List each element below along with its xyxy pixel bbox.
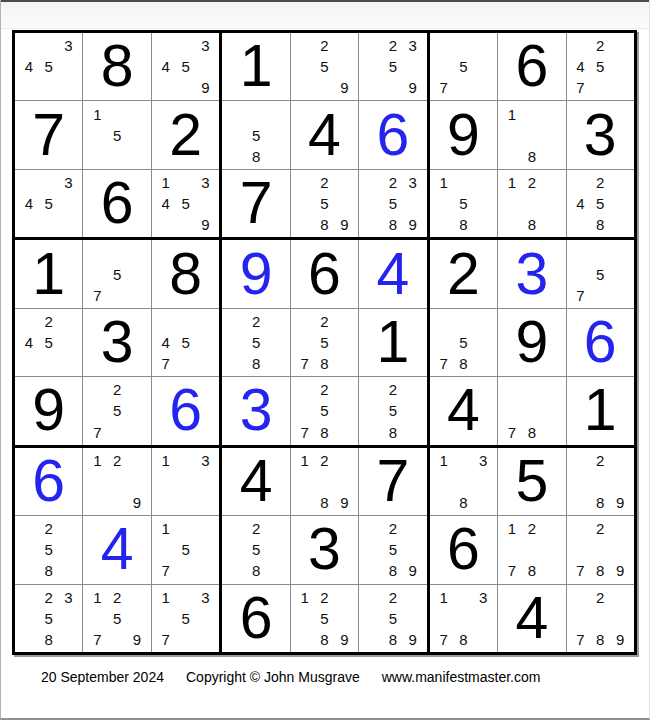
candidate-slot — [266, 146, 286, 167]
cell-r5c7[interactable]: 578 — [430, 309, 497, 376]
cell-r5c5[interactable]: 2578 — [291, 309, 358, 376]
candidate-4: 4 — [19, 332, 39, 353]
candidate-slot — [176, 450, 196, 471]
candidate-slot — [434, 608, 454, 629]
candidate-slot — [363, 608, 383, 629]
candidate-slot — [363, 379, 383, 400]
candidate-slot — [246, 103, 266, 124]
candidate-slot — [156, 471, 176, 492]
cell-r5c6[interactable]: 1 — [359, 309, 426, 376]
candidates: 13459 — [152, 170, 219, 237]
sudoku-board: 3458345971523456134591259235958467258923… — [12, 30, 637, 655]
cell-r7c7[interactable]: 138 — [430, 448, 497, 515]
candidate-slot — [226, 353, 246, 374]
candidate-1: 1 — [434, 172, 454, 193]
candidate-slot — [226, 146, 246, 167]
cell-r7c4[interactable]: 4 — [222, 448, 289, 515]
candidate-8: 8 — [453, 629, 473, 650]
candidate-slot — [226, 103, 246, 124]
candidate-slot — [403, 518, 423, 539]
candidate-slot — [453, 450, 473, 471]
candidate-slot — [434, 492, 454, 513]
candidate-slot — [542, 539, 562, 560]
candidate-slot — [59, 77, 79, 98]
candidate-slot — [315, 77, 335, 98]
candidate-9: 9 — [127, 492, 147, 513]
cell-r9c4[interactable]: 6 — [222, 585, 289, 652]
candidate-slot — [334, 450, 354, 471]
cell-r9c1[interactable]: 2358 — [15, 585, 82, 652]
candidate-slot — [434, 56, 454, 77]
candidate-7: 7 — [87, 629, 107, 650]
given-digit: 7 — [32, 106, 65, 165]
cell-r3c5[interactable]: 2589 — [291, 170, 358, 237]
cell-r2c3[interactable]: 2 — [152, 101, 219, 168]
candidate-8: 8 — [383, 214, 403, 235]
cell-r5c8[interactable]: 9 — [498, 309, 565, 376]
candidate-slot — [502, 379, 522, 400]
cell-r1c1[interactable]: 345 — [15, 33, 82, 100]
candidate-9: 9 — [610, 560, 630, 581]
cell-r7c1[interactable]: 6 — [15, 448, 82, 515]
candidate-slot — [522, 193, 542, 214]
candidate-slot — [127, 422, 147, 443]
candidate-slot — [59, 539, 79, 560]
candidates: 258 — [222, 516, 289, 583]
candidate-slot — [502, 146, 522, 167]
cell-r5c2[interactable]: 3 — [83, 309, 150, 376]
cell-r7c8[interactable]: 5 — [498, 448, 565, 515]
candidate-slot — [226, 332, 246, 353]
candidate-slot — [590, 608, 610, 629]
cell-r8c6[interactable]: 2589 — [359, 516, 426, 583]
candidate-slot — [295, 214, 315, 235]
candidate-3: 3 — [196, 587, 216, 608]
candidate-slot — [403, 608, 423, 629]
cell-r9c5[interactable]: 12589 — [291, 585, 358, 652]
cell-r4c2[interactable]: 57 — [83, 240, 150, 307]
candidate-5: 5 — [246, 125, 266, 146]
cell-r2c9[interactable]: 3 — [567, 101, 634, 168]
given-digit: 8 — [101, 37, 134, 96]
candidates: 18 — [498, 101, 565, 168]
candidates: 2358 — [15, 585, 82, 652]
cell-r3c8[interactable]: 128 — [498, 170, 565, 237]
candidates: 2589 — [359, 516, 426, 583]
candidate-5: 5 — [383, 56, 403, 77]
given-digit: 2 — [447, 245, 480, 304]
candidate-8: 8 — [453, 353, 473, 374]
box-9: 1385289612782789137842789 — [430, 448, 634, 652]
cell-r9c8[interactable]: 4 — [498, 585, 565, 652]
cell-r6c6[interactable]: 258 — [359, 377, 426, 444]
candidate-slot — [473, 311, 493, 332]
candidate-slot — [196, 560, 216, 581]
candidate-3: 3 — [59, 172, 79, 193]
candidate-slot — [196, 539, 216, 560]
cell-r5c1[interactable]: 245 — [15, 309, 82, 376]
candidate-slot — [473, 214, 493, 235]
candidate-5: 5 — [176, 193, 196, 214]
cell-r1c7[interactable]: 57 — [430, 33, 497, 100]
candidate-slot — [403, 193, 423, 214]
given-digit: 2 — [169, 106, 202, 165]
cell-r4c4[interactable]: 9 — [222, 240, 289, 307]
candidate-slot — [610, 214, 630, 235]
candidate-slot — [176, 77, 196, 98]
candidate-slot — [87, 608, 107, 629]
candidate-slot — [176, 311, 196, 332]
candidate-2: 2 — [522, 172, 542, 193]
given-digit: 6 — [515, 37, 548, 96]
candidate-5: 5 — [246, 539, 266, 560]
candidate-slot — [571, 608, 591, 629]
candidate-slot — [59, 518, 79, 539]
solved-digit: 4 — [377, 245, 410, 304]
candidate-slot — [610, 77, 630, 98]
candidate-slot — [156, 214, 176, 235]
cell-r1c5[interactable]: 259 — [291, 33, 358, 100]
candidate-9: 9 — [610, 492, 630, 513]
cell-r4c6[interactable]: 4 — [359, 240, 426, 307]
candidate-3: 3 — [196, 172, 216, 193]
candidate-slot — [196, 629, 216, 650]
candidate-slot — [610, 518, 630, 539]
candidate-slot — [610, 608, 630, 629]
candidate-slot — [363, 560, 383, 581]
candidate-5: 5 — [315, 608, 335, 629]
candidate-slot — [571, 492, 591, 513]
cell-r3c7[interactable]: 158 — [430, 170, 497, 237]
candidate-slot — [295, 172, 315, 193]
candidate-slot — [127, 146, 147, 167]
cell-r1c9[interactable]: 2457 — [567, 33, 634, 100]
candidates: 457 — [152, 309, 219, 376]
cell-r8c4[interactable]: 258 — [222, 516, 289, 583]
cell-r8c3[interactable]: 157 — [152, 516, 219, 583]
candidate-9: 9 — [334, 214, 354, 235]
candidate-2: 2 — [315, 35, 335, 56]
candidates: 57 — [83, 240, 150, 307]
cell-r1c3[interactable]: 3459 — [152, 33, 219, 100]
cell-r2c2[interactable]: 15 — [83, 101, 150, 168]
candidate-slot — [127, 242, 147, 263]
candidates: 129 — [83, 448, 150, 515]
candidate-slot — [502, 539, 522, 560]
candidate-slot — [176, 518, 196, 539]
footer-copyright: Copyright © John Musgrave — [186, 669, 360, 685]
solved-digit: 3 — [240, 381, 273, 440]
candidate-8: 8 — [315, 353, 335, 374]
candidate-8: 8 — [590, 214, 610, 235]
candidate-5: 5 — [39, 56, 59, 77]
cell-r9c2[interactable]: 12579 — [83, 585, 150, 652]
candidate-slot — [542, 146, 562, 167]
candidate-slot — [59, 629, 79, 650]
candidate-slot — [542, 214, 562, 235]
candidate-slot — [502, 400, 522, 421]
cell-r6c4[interactable]: 3 — [222, 377, 289, 444]
cell-r2c8[interactable]: 18 — [498, 101, 565, 168]
cell-r4c8[interactable]: 3 — [498, 240, 565, 307]
candidate-5: 5 — [107, 263, 127, 284]
cell-r7c2[interactable]: 129 — [83, 448, 150, 515]
candidate-slot — [542, 422, 562, 443]
candidate-slot — [59, 332, 79, 353]
cell-r3c1[interactable]: 345 — [15, 170, 82, 237]
cell-r1c8[interactable]: 6 — [498, 33, 565, 100]
cell-r2c6[interactable]: 6 — [359, 101, 426, 168]
candidate-8: 8 — [522, 146, 542, 167]
cell-r3c9[interactable]: 2458 — [567, 170, 634, 237]
cell-r7c9[interactable]: 289 — [567, 448, 634, 515]
candidate-slot — [295, 400, 315, 421]
candidate-slot — [571, 172, 591, 193]
candidate-7: 7 — [571, 285, 591, 306]
candidate-slot — [107, 471, 127, 492]
candidate-slot — [87, 471, 107, 492]
candidate-slot — [107, 103, 127, 124]
candidate-7: 7 — [295, 422, 315, 443]
candidates: 158 — [430, 170, 497, 237]
cell-r6c1[interactable]: 9 — [15, 377, 82, 444]
candidate-slot — [59, 608, 79, 629]
cell-r3c4[interactable]: 7 — [222, 170, 289, 237]
cell-r8c9[interactable]: 2789 — [567, 516, 634, 583]
candidate-slot — [19, 353, 39, 374]
candidate-slot — [127, 103, 147, 124]
candidate-slot — [295, 77, 315, 98]
candidate-8: 8 — [315, 214, 335, 235]
candidate-7: 7 — [502, 422, 522, 443]
candidate-slot — [542, 172, 562, 193]
candidate-slot — [107, 629, 127, 650]
cell-r3c2[interactable]: 6 — [83, 170, 150, 237]
candidate-slot — [363, 539, 383, 560]
candidate-1: 1 — [502, 518, 522, 539]
candidate-slot — [522, 400, 542, 421]
cell-r6c5[interactable]: 2578 — [291, 377, 358, 444]
candidate-8: 8 — [246, 146, 266, 167]
candidates: 258 — [15, 516, 82, 583]
cell-r6c2[interactable]: 257 — [83, 377, 150, 444]
cell-r6c8[interactable]: 78 — [498, 377, 565, 444]
candidate-slot — [453, 77, 473, 98]
candidate-slot — [39, 77, 59, 98]
candidate-slot — [19, 539, 39, 560]
candidate-1: 1 — [87, 450, 107, 471]
cell-r5c9[interactable]: 6 — [567, 309, 634, 376]
cell-r4c1[interactable]: 1 — [15, 240, 82, 307]
candidate-4: 4 — [19, 193, 39, 214]
candidate-2: 2 — [39, 518, 59, 539]
candidates: 2789 — [567, 516, 634, 583]
candidate-slot — [542, 103, 562, 124]
given-digit: 1 — [240, 37, 273, 96]
candidate-2: 2 — [522, 518, 542, 539]
candidate-slot — [295, 56, 315, 77]
candidates: 58 — [222, 101, 289, 168]
solved-digit: 6 — [32, 452, 65, 511]
cell-r7c6[interactable]: 7 — [359, 448, 426, 515]
candidate-slot — [87, 125, 107, 146]
cell-r8c5[interactable]: 3 — [291, 516, 358, 583]
candidate-slot — [156, 311, 176, 332]
candidate-7: 7 — [434, 629, 454, 650]
candidate-slot — [196, 518, 216, 539]
candidate-8: 8 — [39, 629, 59, 650]
candidate-5: 5 — [107, 400, 127, 421]
candidates: 2359 — [359, 33, 426, 100]
candidates: 78 — [498, 377, 565, 444]
cell-r8c1[interactable]: 258 — [15, 516, 82, 583]
candidate-slot — [473, 492, 493, 513]
candidate-slot — [59, 311, 79, 332]
candidate-8: 8 — [590, 560, 610, 581]
candidate-2: 2 — [315, 311, 335, 332]
candidates: 259 — [291, 33, 358, 100]
candidate-slot — [196, 332, 216, 353]
candidate-slot — [59, 560, 79, 581]
candidate-3: 3 — [473, 450, 493, 471]
candidate-slot — [295, 332, 315, 353]
candidate-3: 3 — [59, 587, 79, 608]
cell-r2c1[interactable]: 7 — [15, 101, 82, 168]
cell-r4c3[interactable]: 8 — [152, 240, 219, 307]
candidate-slot — [295, 608, 315, 629]
candidate-slot — [363, 193, 383, 214]
cell-r3c3[interactable]: 13459 — [152, 170, 219, 237]
given-digit: 4 — [240, 452, 273, 511]
cell-r9c6[interactable]: 2589 — [359, 585, 426, 652]
cell-r7c3[interactable]: 13 — [152, 448, 219, 515]
candidate-4: 4 — [156, 332, 176, 353]
candidate-slot — [571, 263, 591, 284]
candidate-slot — [473, 608, 493, 629]
candidate-slot — [434, 214, 454, 235]
candidate-slot — [542, 560, 562, 581]
candidate-slot — [610, 56, 630, 77]
cell-r2c7[interactable]: 9 — [430, 101, 497, 168]
cell-r1c2[interactable]: 8 — [83, 33, 150, 100]
candidate-5: 5 — [246, 332, 266, 353]
cell-r9c9[interactable]: 2789 — [567, 585, 634, 652]
candidate-slot — [295, 471, 315, 492]
candidates: 257 — [83, 377, 150, 444]
candidate-3: 3 — [473, 587, 493, 608]
candidate-2: 2 — [246, 311, 266, 332]
given-digit: 9 — [515, 313, 548, 372]
candidate-slot — [542, 125, 562, 146]
candidate-slot — [127, 608, 147, 629]
candidate-slot — [363, 422, 383, 443]
candidates: 13 — [152, 448, 219, 515]
cell-r8c8[interactable]: 1278 — [498, 516, 565, 583]
candidate-8: 8 — [39, 560, 59, 581]
candidate-slot — [522, 539, 542, 560]
cell-r2c5[interactable]: 4 — [291, 101, 358, 168]
cell-r5c4[interactable]: 258 — [222, 309, 289, 376]
candidate-slot — [176, 214, 196, 235]
candidate-slot — [226, 311, 246, 332]
candidate-slot — [571, 539, 591, 560]
candidate-7: 7 — [571, 629, 591, 650]
candidates: 1357 — [152, 585, 219, 652]
given-digit: 3 — [308, 520, 341, 579]
given-digit: 1 — [32, 245, 65, 304]
cell-r6c9[interactable]: 1 — [567, 377, 634, 444]
candidate-slot — [156, 35, 176, 56]
cell-r9c7[interactable]: 1378 — [430, 585, 497, 652]
cell-r6c7[interactable]: 4 — [430, 377, 497, 444]
cell-r5c3[interactable]: 457 — [152, 309, 219, 376]
candidate-5: 5 — [453, 56, 473, 77]
candidate-9: 9 — [403, 560, 423, 581]
candidate-9: 9 — [334, 629, 354, 650]
candidate-slot — [571, 471, 591, 492]
candidate-8: 8 — [383, 629, 403, 650]
candidate-slot — [226, 518, 246, 539]
candidate-5: 5 — [590, 263, 610, 284]
candidate-2: 2 — [383, 172, 403, 193]
candidate-slot — [610, 285, 630, 306]
cell-r4c7[interactable]: 2 — [430, 240, 497, 307]
candidate-2: 2 — [39, 587, 59, 608]
candidates: 258 — [359, 377, 426, 444]
cell-r6c3[interactable]: 6 — [152, 377, 219, 444]
cell-r2c4[interactable]: 58 — [222, 101, 289, 168]
candidate-8: 8 — [522, 422, 542, 443]
cell-r3c6[interactable]: 23589 — [359, 170, 426, 237]
candidate-slot — [473, 77, 493, 98]
cell-r7c5[interactable]: 1289 — [291, 448, 358, 515]
candidate-4: 4 — [156, 193, 176, 214]
candidate-5: 5 — [315, 332, 335, 353]
candidate-slot — [127, 587, 147, 608]
candidate-slot — [334, 608, 354, 629]
given-digit: 7 — [377, 452, 410, 511]
candidate-1: 1 — [502, 103, 522, 124]
box-7: 61291325841572358125791357 — [15, 448, 219, 652]
candidate-slot — [403, 422, 423, 443]
candidate-slot — [295, 492, 315, 513]
solved-digit: 6 — [169, 381, 202, 440]
cell-r1c4[interactable]: 1 — [222, 33, 289, 100]
candidate-slot — [19, 587, 39, 608]
candidates: 12589 — [291, 585, 358, 652]
candidate-9: 9 — [403, 77, 423, 98]
candidate-5: 5 — [176, 539, 196, 560]
cell-r4c9[interactable]: 57 — [567, 240, 634, 307]
cell-r9c3[interactable]: 1357 — [152, 585, 219, 652]
candidate-slot — [59, 193, 79, 214]
cell-r8c2[interactable]: 4 — [83, 516, 150, 583]
cell-r1c6[interactable]: 2359 — [359, 33, 426, 100]
candidate-slot — [87, 379, 107, 400]
candidate-slot — [522, 103, 542, 124]
box-8: 412897258325896125892589 — [222, 448, 426, 652]
candidate-4: 4 — [19, 56, 39, 77]
candidate-slot — [334, 400, 354, 421]
cell-r8c7[interactable]: 6 — [430, 516, 497, 583]
given-digit: 1 — [584, 381, 617, 440]
candidate-7: 7 — [571, 560, 591, 581]
candidate-9: 9 — [403, 629, 423, 650]
candidate-slot — [590, 242, 610, 263]
footer-website: www.manifestmaster.com — [382, 669, 541, 685]
candidate-slot — [453, 172, 473, 193]
cell-r4c5[interactable]: 6 — [291, 240, 358, 307]
